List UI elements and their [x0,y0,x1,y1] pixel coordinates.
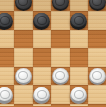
board-square[interactable] [14,67,33,86]
white-checker-piece[interactable] [33,87,50,104]
board-square[interactable] [0,11,14,30]
board-square[interactable] [88,0,106,11]
board-square[interactable] [88,104,106,107]
board-square[interactable] [14,48,33,67]
piece-groove-ring [18,0,28,6]
black-checker-piece[interactable] [0,13,13,30]
piece-groove-ring [37,16,47,25]
board-square[interactable] [70,0,89,11]
board-square[interactable] [0,30,14,49]
black-checker-piece[interactable] [52,0,69,11]
board-square[interactable] [88,85,106,104]
board-square[interactable] [33,104,52,107]
board-viewport [0,0,106,106]
piece-groove-ring [55,71,65,80]
board-square[interactable] [33,67,52,86]
board-square[interactable] [0,85,14,104]
board-square[interactable] [33,11,52,30]
board-square[interactable] [14,104,33,107]
black-checker-piece[interactable] [70,13,87,30]
board-square[interactable] [88,67,106,86]
board-square[interactable] [51,85,70,104]
board-square[interactable] [14,11,33,30]
piece-groove-ring [0,90,10,99]
board-square[interactable] [33,30,52,49]
white-checker-piece[interactable] [89,68,106,85]
board-square[interactable] [51,0,70,11]
board-square[interactable] [51,11,70,30]
black-checker-piece[interactable] [33,13,50,30]
board-square[interactable] [51,48,70,67]
piece-groove-ring [55,0,65,6]
board-square[interactable] [14,30,33,49]
piece-groove-ring [18,71,28,80]
black-checker-piece[interactable] [89,0,106,11]
board-square[interactable] [0,67,14,86]
board-square[interactable] [33,0,52,11]
board-square[interactable] [51,104,70,107]
board-square[interactable] [88,30,106,49]
checkers-board [0,0,106,106]
board-square[interactable] [70,48,89,67]
piece-groove-ring [74,16,84,25]
piece-groove-ring [92,71,102,80]
white-checker-piece[interactable] [15,68,32,85]
board-square[interactable] [14,85,33,104]
piece-groove-ring [0,16,10,25]
board-square[interactable] [51,67,70,86]
white-checker-piece[interactable] [0,87,13,104]
board-square[interactable] [0,0,14,11]
piece-groove-ring [92,0,102,6]
board-square[interactable] [70,67,89,86]
board-square[interactable] [14,0,33,11]
black-checker-piece[interactable] [15,0,32,11]
board-square[interactable] [70,104,89,107]
board-square[interactable] [88,11,106,30]
board-square[interactable] [0,104,14,107]
board-square[interactable] [33,48,52,67]
board-square[interactable] [70,11,89,30]
board-square[interactable] [51,30,70,49]
white-checker-piece[interactable] [70,87,87,104]
board-square[interactable] [33,85,52,104]
board-square[interactable] [70,85,89,104]
board-square[interactable] [70,30,89,49]
white-checker-piece[interactable] [52,68,69,85]
board-square[interactable] [88,48,106,67]
piece-groove-ring [37,90,47,99]
board-square[interactable] [0,48,14,67]
piece-groove-ring [74,90,84,99]
